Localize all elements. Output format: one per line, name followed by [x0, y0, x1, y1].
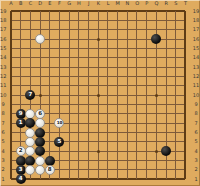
intersection-R2[interactable]	[161, 165, 171, 174]
intersection-O16[interactable]	[132, 35, 142, 44]
intersection-D17[interactable]	[35, 25, 45, 34]
intersection-F3[interactable]	[55, 156, 65, 165]
intersection-Q8[interactable]	[152, 109, 162, 118]
intersection-D5[interactable]	[35, 137, 45, 146]
intersection-B6[interactable]	[16, 128, 26, 137]
intersection-N1[interactable]	[122, 175, 132, 184]
intersection-J8[interactable]	[84, 109, 94, 118]
intersection-G9[interactable]	[64, 100, 74, 109]
intersection-B18[interactable]	[16, 16, 26, 25]
intersection-L5[interactable]	[103, 137, 113, 146]
intersection-B10[interactable]	[16, 91, 26, 100]
intersection-O10[interactable]	[132, 91, 142, 100]
intersection-J16[interactable]	[84, 35, 94, 44]
intersection-Q6[interactable]	[152, 128, 162, 137]
intersection-K9[interactable]	[93, 100, 103, 109]
intersection-Q1[interactable]	[152, 175, 162, 184]
intersection-J2[interactable]	[84, 165, 94, 174]
intersection-L14[interactable]	[103, 53, 113, 62]
intersection-N11[interactable]	[122, 81, 132, 90]
intersection-J12[interactable]	[84, 72, 94, 81]
intersection-C7[interactable]	[26, 119, 36, 128]
intersection-F2[interactable]	[55, 165, 65, 174]
intersection-B15[interactable]	[16, 44, 26, 53]
intersection-R15[interactable]	[161, 44, 171, 53]
intersection-Q11[interactable]	[152, 81, 162, 90]
intersection-O15[interactable]	[132, 44, 142, 53]
intersection-F12[interactable]	[55, 72, 65, 81]
intersection-E3[interactable]	[45, 156, 55, 165]
intersection-J1[interactable]	[84, 175, 94, 184]
intersection-F7[interactable]: 10	[55, 119, 65, 128]
intersection-A18[interactable]	[6, 16, 16, 25]
intersection-A19[interactable]	[6, 7, 16, 16]
intersection-F10[interactable]	[55, 91, 65, 100]
intersection-A2[interactable]	[6, 165, 16, 174]
intersection-M8[interactable]	[113, 109, 123, 118]
intersection-N10[interactable]	[122, 91, 132, 100]
intersection-G13[interactable]	[64, 63, 74, 72]
intersection-O19[interactable]	[132, 7, 142, 16]
intersection-C1[interactable]	[26, 175, 36, 184]
intersection-O5[interactable]	[132, 137, 142, 146]
intersection-M16[interactable]	[113, 35, 123, 44]
intersection-F15[interactable]	[55, 44, 65, 53]
intersection-Q2[interactable]	[152, 165, 162, 174]
intersection-B8[interactable]: 9	[16, 109, 26, 118]
intersection-A5[interactable]	[6, 137, 16, 146]
intersection-D7[interactable]	[35, 119, 45, 128]
intersection-C4[interactable]	[26, 147, 36, 156]
intersection-O12[interactable]	[132, 72, 142, 81]
intersection-H19[interactable]	[74, 7, 84, 16]
intersection-P19[interactable]	[142, 7, 152, 16]
intersection-P5[interactable]	[142, 137, 152, 146]
intersection-K2[interactable]	[93, 165, 103, 174]
intersection-K8[interactable]	[93, 109, 103, 118]
intersection-M9[interactable]	[113, 100, 123, 109]
intersection-T13[interactable]	[181, 63, 191, 72]
intersection-R10[interactable]	[161, 91, 171, 100]
intersection-E12[interactable]	[45, 72, 55, 81]
intersection-R8[interactable]	[161, 109, 171, 118]
intersection-M19[interactable]	[113, 7, 123, 16]
intersection-A14[interactable]	[6, 53, 16, 62]
intersection-M3[interactable]	[113, 156, 123, 165]
intersection-K3[interactable]	[93, 156, 103, 165]
intersection-E2[interactable]: 8	[45, 165, 55, 174]
intersection-E13[interactable]	[45, 63, 55, 72]
intersection-H15[interactable]	[74, 44, 84, 53]
intersection-D16[interactable]	[35, 35, 45, 44]
intersection-G15[interactable]	[64, 44, 74, 53]
intersection-H10[interactable]	[74, 91, 84, 100]
intersection-C8[interactable]	[26, 109, 36, 118]
intersection-G16[interactable]	[64, 35, 74, 44]
intersection-E16[interactable]	[45, 35, 55, 44]
intersection-B11[interactable]	[16, 81, 26, 90]
intersection-R18[interactable]	[161, 16, 171, 25]
intersection-S10[interactable]	[171, 91, 181, 100]
intersection-F11[interactable]	[55, 81, 65, 90]
intersection-G6[interactable]	[64, 128, 74, 137]
intersection-E1[interactable]	[45, 175, 55, 184]
intersection-S8[interactable]	[171, 109, 181, 118]
intersection-N4[interactable]	[122, 147, 132, 156]
intersection-M1[interactable]	[113, 175, 123, 184]
intersection-B2[interactable]: 3	[16, 165, 26, 174]
intersection-J13[interactable]	[84, 63, 94, 72]
intersection-C5[interactable]	[26, 137, 36, 146]
intersection-E5[interactable]	[45, 137, 55, 146]
intersection-T19[interactable]	[181, 7, 191, 16]
intersection-L19[interactable]	[103, 7, 113, 16]
intersection-K7[interactable]	[93, 119, 103, 128]
intersection-C14[interactable]	[26, 53, 36, 62]
intersection-S7[interactable]	[171, 119, 181, 128]
intersection-D14[interactable]	[35, 53, 45, 62]
intersection-N9[interactable]	[122, 100, 132, 109]
intersection-S12[interactable]	[171, 72, 181, 81]
intersection-G14[interactable]	[64, 53, 74, 62]
intersection-G5[interactable]	[64, 137, 74, 146]
intersection-N12[interactable]	[122, 72, 132, 81]
intersection-S14[interactable]	[171, 53, 181, 62]
intersection-C15[interactable]	[26, 44, 36, 53]
intersection-Q5[interactable]	[152, 137, 162, 146]
intersection-F13[interactable]	[55, 63, 65, 72]
intersection-S9[interactable]	[171, 100, 181, 109]
intersection-Q7[interactable]	[152, 119, 162, 128]
intersection-T10[interactable]	[181, 91, 191, 100]
intersection-B3[interactable]	[16, 156, 26, 165]
intersection-J3[interactable]	[84, 156, 94, 165]
intersection-T4[interactable]	[181, 147, 191, 156]
intersection-T12[interactable]	[181, 72, 191, 81]
intersection-C3[interactable]	[26, 156, 36, 165]
intersection-B16[interactable]	[16, 35, 26, 44]
intersection-E10[interactable]	[45, 91, 55, 100]
intersection-G18[interactable]	[64, 16, 74, 25]
intersection-S1[interactable]	[171, 175, 181, 184]
intersection-N19[interactable]	[122, 7, 132, 16]
intersection-G3[interactable]	[64, 156, 74, 165]
intersection-Q9[interactable]	[152, 100, 162, 109]
intersection-O11[interactable]	[132, 81, 142, 90]
intersection-T6[interactable]	[181, 128, 191, 137]
intersection-L8[interactable]	[103, 109, 113, 118]
intersection-A10[interactable]	[6, 91, 16, 100]
intersection-A11[interactable]	[6, 81, 16, 90]
intersection-N8[interactable]	[122, 109, 132, 118]
intersection-E14[interactable]	[45, 53, 55, 62]
intersection-F8[interactable]	[55, 109, 65, 118]
intersection-S16[interactable]	[171, 35, 181, 44]
intersection-E18[interactable]	[45, 16, 55, 25]
intersection-H3[interactable]	[74, 156, 84, 165]
intersection-Q3[interactable]	[152, 156, 162, 165]
intersection-G2[interactable]	[64, 165, 74, 174]
intersection-Q4[interactable]	[152, 147, 162, 156]
intersection-R12[interactable]	[161, 72, 171, 81]
intersection-G10[interactable]	[64, 91, 74, 100]
intersection-N18[interactable]	[122, 16, 132, 25]
intersection-J14[interactable]	[84, 53, 94, 62]
intersection-L11[interactable]	[103, 81, 113, 90]
intersection-L15[interactable]	[103, 44, 113, 53]
intersection-G19[interactable]	[64, 7, 74, 16]
intersection-J9[interactable]	[84, 100, 94, 109]
intersection-K4[interactable]	[93, 147, 103, 156]
intersection-L2[interactable]	[103, 165, 113, 174]
intersection-D9[interactable]	[35, 100, 45, 109]
intersection-K10[interactable]	[93, 91, 103, 100]
intersection-A12[interactable]	[6, 72, 16, 81]
intersection-C6[interactable]	[26, 128, 36, 137]
intersection-P8[interactable]	[142, 109, 152, 118]
intersection-F17[interactable]	[55, 25, 65, 34]
intersection-K5[interactable]	[93, 137, 103, 146]
intersection-H9[interactable]	[74, 100, 84, 109]
intersection-N16[interactable]	[122, 35, 132, 44]
intersection-L9[interactable]	[103, 100, 113, 109]
intersection-C12[interactable]	[26, 72, 36, 81]
intersection-J18[interactable]	[84, 16, 94, 25]
intersection-H1[interactable]	[74, 175, 84, 184]
intersection-A13[interactable]	[6, 63, 16, 72]
intersection-B5[interactable]	[16, 137, 26, 146]
intersection-A1[interactable]	[6, 175, 16, 184]
intersection-T18[interactable]	[181, 16, 191, 25]
intersection-S15[interactable]	[171, 44, 181, 53]
intersection-Q13[interactable]	[152, 63, 162, 72]
intersection-B17[interactable]	[16, 25, 26, 34]
intersection-P18[interactable]	[142, 16, 152, 25]
intersection-M17[interactable]	[113, 25, 123, 34]
intersection-T3[interactable]	[181, 156, 191, 165]
intersection-G12[interactable]	[64, 72, 74, 81]
intersection-K16[interactable]	[93, 35, 103, 44]
intersection-E11[interactable]	[45, 81, 55, 90]
intersection-T9[interactable]	[181, 100, 191, 109]
intersection-E6[interactable]	[45, 128, 55, 137]
intersection-R1[interactable]	[161, 175, 171, 184]
intersection-O4[interactable]	[132, 147, 142, 156]
intersection-A16[interactable]	[6, 35, 16, 44]
intersection-K12[interactable]	[93, 72, 103, 81]
intersection-S11[interactable]	[171, 81, 181, 90]
intersection-E8[interactable]	[45, 109, 55, 118]
intersection-L4[interactable]	[103, 147, 113, 156]
intersection-R9[interactable]	[161, 100, 171, 109]
intersection-L10[interactable]	[103, 91, 113, 100]
intersection-P9[interactable]	[142, 100, 152, 109]
intersection-S3[interactable]	[171, 156, 181, 165]
intersection-B13[interactable]	[16, 63, 26, 72]
intersection-B12[interactable]	[16, 72, 26, 81]
intersection-S13[interactable]	[171, 63, 181, 72]
intersection-H17[interactable]	[74, 25, 84, 34]
intersection-G7[interactable]	[64, 119, 74, 128]
intersection-N6[interactable]	[122, 128, 132, 137]
intersection-E15[interactable]	[45, 44, 55, 53]
intersection-D2[interactable]	[35, 165, 45, 174]
intersection-Q10[interactable]	[152, 91, 162, 100]
intersection-N5[interactable]	[122, 137, 132, 146]
intersection-F9[interactable]	[55, 100, 65, 109]
intersection-R6[interactable]	[161, 128, 171, 137]
intersection-M11[interactable]	[113, 81, 123, 90]
intersection-T16[interactable]	[181, 35, 191, 44]
intersection-S17[interactable]	[171, 25, 181, 34]
intersection-Q15[interactable]	[152, 44, 162, 53]
intersection-J6[interactable]	[84, 128, 94, 137]
intersection-G11[interactable]	[64, 81, 74, 90]
intersection-N14[interactable]	[122, 53, 132, 62]
intersection-M12[interactable]	[113, 72, 123, 81]
intersection-S2[interactable]	[171, 165, 181, 174]
intersection-O14[interactable]	[132, 53, 142, 62]
intersection-D11[interactable]	[35, 81, 45, 90]
intersection-K15[interactable]	[93, 44, 103, 53]
intersection-H16[interactable]	[74, 35, 84, 44]
intersection-C9[interactable]	[26, 100, 36, 109]
intersection-O17[interactable]	[132, 25, 142, 34]
intersection-H13[interactable]	[74, 63, 84, 72]
intersection-A17[interactable]	[6, 25, 16, 34]
intersection-C13[interactable]	[26, 63, 36, 72]
intersection-R16[interactable]	[161, 35, 171, 44]
intersection-T7[interactable]	[181, 119, 191, 128]
intersection-M15[interactable]	[113, 44, 123, 53]
intersection-T2[interactable]	[181, 165, 191, 174]
intersection-C2[interactable]	[26, 165, 36, 174]
intersection-A4[interactable]	[6, 147, 16, 156]
intersection-L1[interactable]	[103, 175, 113, 184]
intersection-N17[interactable]	[122, 25, 132, 34]
intersection-O18[interactable]	[132, 16, 142, 25]
intersection-D4[interactable]	[35, 147, 45, 156]
intersection-J4[interactable]	[84, 147, 94, 156]
intersection-T17[interactable]	[181, 25, 191, 34]
intersection-G1[interactable]	[64, 175, 74, 184]
intersection-C10[interactable]: 7	[26, 91, 36, 100]
intersection-F5[interactable]: 5	[55, 137, 65, 146]
intersection-H18[interactable]	[74, 16, 84, 25]
intersection-A8[interactable]	[6, 109, 16, 118]
intersection-H14[interactable]	[74, 53, 84, 62]
intersection-O1[interactable]	[132, 175, 142, 184]
intersection-M4[interactable]	[113, 147, 123, 156]
intersection-Q14[interactable]	[152, 53, 162, 62]
intersection-H4[interactable]	[74, 147, 84, 156]
intersection-T11[interactable]	[181, 81, 191, 90]
intersection-L7[interactable]	[103, 119, 113, 128]
intersection-F4[interactable]	[55, 147, 65, 156]
intersection-R11[interactable]	[161, 81, 171, 90]
intersection-M2[interactable]	[113, 165, 123, 174]
intersection-M18[interactable]	[113, 16, 123, 25]
intersection-J15[interactable]	[84, 44, 94, 53]
intersection-R3[interactable]	[161, 156, 171, 165]
intersection-E7[interactable]	[45, 119, 55, 128]
intersection-J17[interactable]	[84, 25, 94, 34]
intersection-F14[interactable]	[55, 53, 65, 62]
intersection-D10[interactable]	[35, 91, 45, 100]
intersection-H5[interactable]	[74, 137, 84, 146]
intersection-B7[interactable]: 1	[16, 119, 26, 128]
intersection-L12[interactable]	[103, 72, 113, 81]
intersection-H2[interactable]	[74, 165, 84, 174]
intersection-R13[interactable]	[161, 63, 171, 72]
intersection-E9[interactable]	[45, 100, 55, 109]
intersection-K17[interactable]	[93, 25, 103, 34]
intersection-B1[interactable]: 4	[16, 175, 26, 184]
intersection-F19[interactable]	[55, 7, 65, 16]
intersection-A15[interactable]	[6, 44, 16, 53]
intersection-K11[interactable]	[93, 81, 103, 90]
intersection-F1[interactable]	[55, 175, 65, 184]
intersection-N3[interactable]	[122, 156, 132, 165]
intersection-J7[interactable]	[84, 119, 94, 128]
intersection-J19[interactable]	[84, 7, 94, 16]
intersection-F18[interactable]	[55, 16, 65, 25]
intersection-P14[interactable]	[142, 53, 152, 62]
intersection-P16[interactable]	[142, 35, 152, 44]
intersection-R17[interactable]	[161, 25, 171, 34]
intersection-O3[interactable]	[132, 156, 142, 165]
intersection-P13[interactable]	[142, 63, 152, 72]
intersection-P3[interactable]	[142, 156, 152, 165]
intersection-A9[interactable]	[6, 100, 16, 109]
intersection-K13[interactable]	[93, 63, 103, 72]
intersection-H8[interactable]	[74, 109, 84, 118]
intersection-E17[interactable]	[45, 25, 55, 34]
intersection-R5[interactable]	[161, 137, 171, 146]
intersection-N7[interactable]	[122, 119, 132, 128]
intersection-A3[interactable]	[6, 156, 16, 165]
intersection-T1[interactable]	[181, 175, 191, 184]
intersection-O8[interactable]	[132, 109, 142, 118]
intersection-G8[interactable]	[64, 109, 74, 118]
intersection-K14[interactable]	[93, 53, 103, 62]
intersection-G17[interactable]	[64, 25, 74, 34]
intersection-B14[interactable]	[16, 53, 26, 62]
intersection-Q16[interactable]	[152, 35, 162, 44]
intersection-M5[interactable]	[113, 137, 123, 146]
intersection-B19[interactable]	[16, 7, 26, 16]
intersection-O7[interactable]	[132, 119, 142, 128]
intersection-T8[interactable]	[181, 109, 191, 118]
intersection-M6[interactable]	[113, 128, 123, 137]
intersection-R7[interactable]	[161, 119, 171, 128]
intersection-D12[interactable]	[35, 72, 45, 81]
intersection-D8[interactable]: 6	[35, 109, 45, 118]
intersection-S18[interactable]	[171, 16, 181, 25]
intersection-D18[interactable]	[35, 16, 45, 25]
intersection-E4[interactable]	[45, 147, 55, 156]
intersection-P15[interactable]	[142, 44, 152, 53]
intersection-B9[interactable]	[16, 100, 26, 109]
intersection-P2[interactable]	[142, 165, 152, 174]
intersection-N15[interactable]	[122, 44, 132, 53]
intersection-T5[interactable]	[181, 137, 191, 146]
intersection-S6[interactable]	[171, 128, 181, 137]
intersection-S19[interactable]	[171, 7, 181, 16]
intersection-Q18[interactable]	[152, 16, 162, 25]
intersection-C17[interactable]	[26, 25, 36, 34]
intersection-H11[interactable]	[74, 81, 84, 90]
